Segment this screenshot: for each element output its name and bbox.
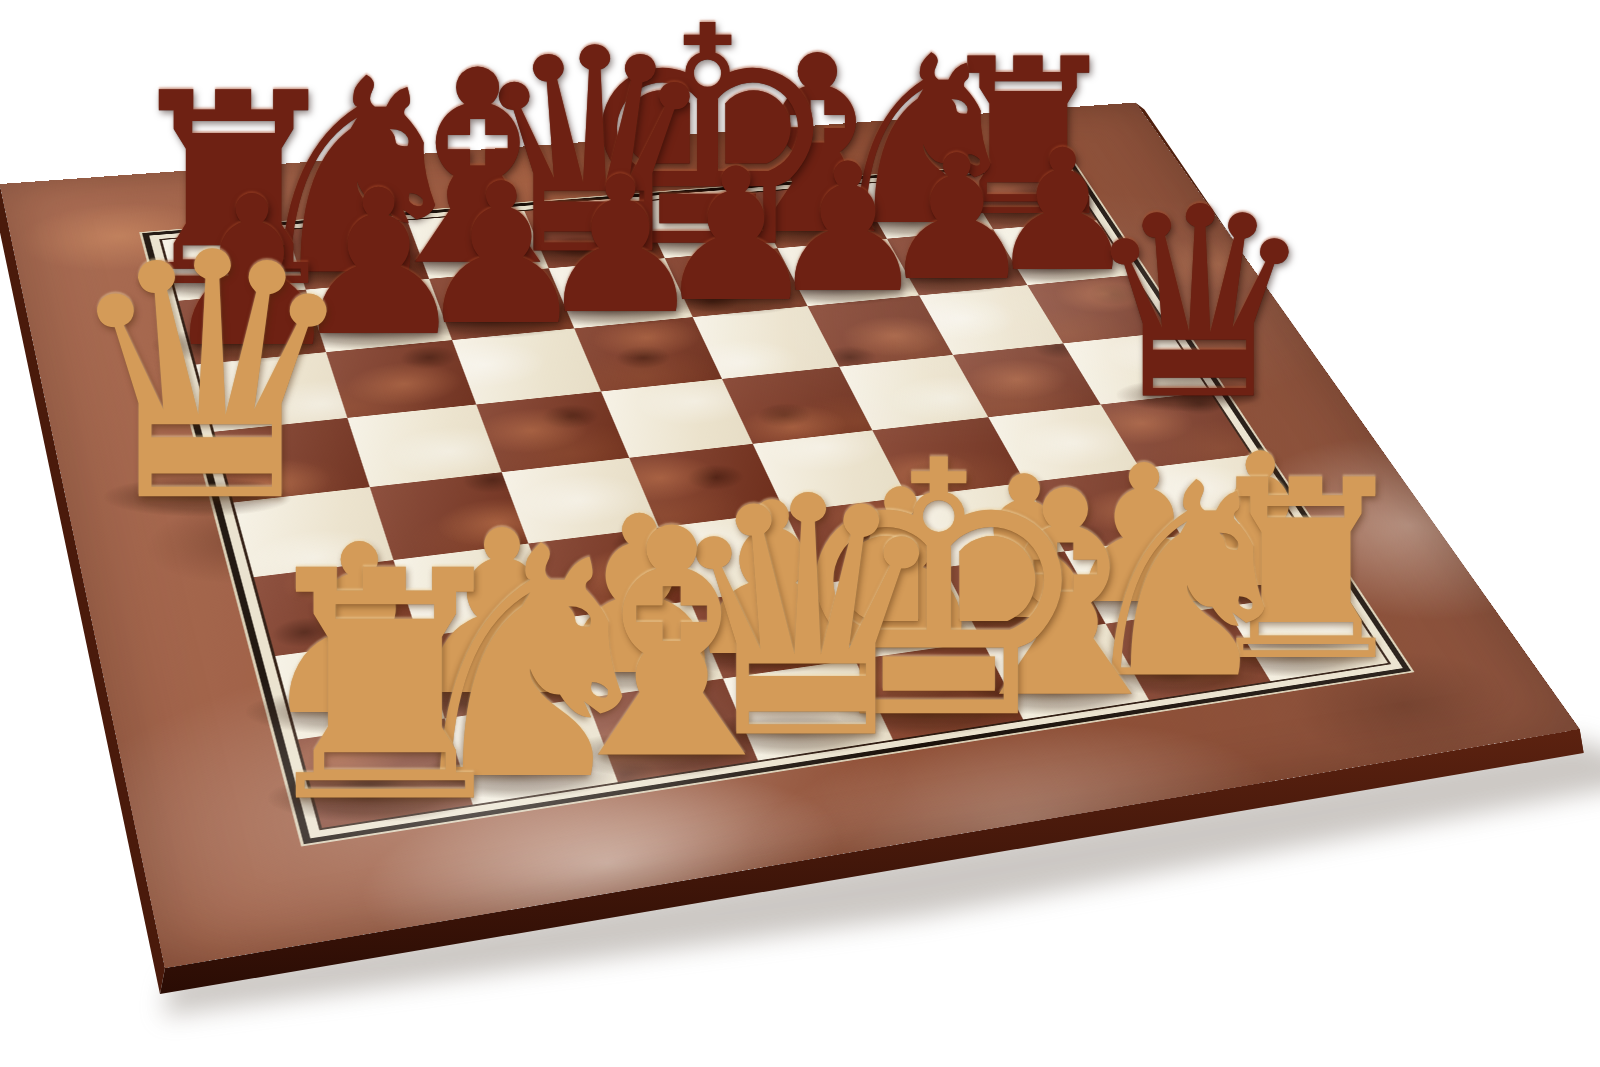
chess-set-photo: ♜♞♝♛♚♝♞♜♟♟♟♟♟♟♟♟♟♟♟♟♟♟♟♟♜♞♝♛♚♝♞♜♛♛ xyxy=(0,0,1600,1067)
queen-glyph: ♛ xyxy=(1081,173,1317,437)
rook-glyph: ♜ xyxy=(243,531,526,847)
piece-white-rook-a1[interactable]: ♜ xyxy=(243,531,526,847)
piece-red-queen-spare[interactable]: ♛ xyxy=(1081,173,1317,437)
